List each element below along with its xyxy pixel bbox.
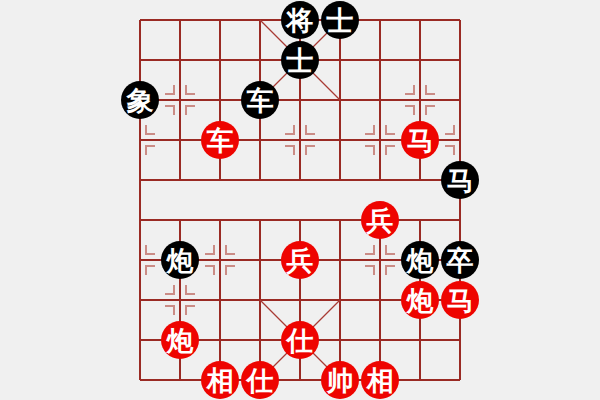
xiangqi-board: 将士士象车马炮炮卒车马兵兵炮马炮仕仕相帅相 (0, 0, 600, 400)
piece-red-general[interactable]: 帅 (321, 361, 359, 399)
piece-black-chariot[interactable]: 车 (241, 81, 279, 119)
piece-black-horse[interactable]: 马 (441, 161, 479, 199)
piece-black-cannon[interactable]: 炮 (401, 241, 439, 279)
piece-red-horse[interactable]: 马 (401, 121, 439, 159)
piece-red-chariot[interactable]: 车 (201, 121, 239, 159)
piece-red-soldier[interactable]: 兵 (281, 241, 319, 279)
xiangqi-app: 将士士象车马炮炮卒车马兵兵炮马炮仕仕相帅相 (0, 0, 600, 400)
piece-red-soldier[interactable]: 兵 (361, 201, 399, 239)
piece-red-elephant[interactable]: 相 (201, 361, 239, 399)
piece-black-general[interactable]: 将 (281, 1, 319, 39)
piece-black-elephant[interactable]: 象 (121, 81, 159, 119)
piece-black-advisor[interactable]: 士 (321, 1, 359, 39)
piece-black-advisor[interactable]: 士 (281, 41, 319, 79)
piece-black-soldier[interactable]: 卒 (441, 241, 479, 279)
piece-red-advisor[interactable]: 仕 (241, 361, 279, 399)
piece-red-cannon[interactable]: 炮 (401, 281, 439, 319)
piece-red-elephant[interactable]: 相 (361, 361, 399, 399)
piece-red-horse[interactable]: 马 (441, 281, 479, 319)
piece-red-advisor[interactable]: 仕 (281, 321, 319, 359)
piece-black-cannon[interactable]: 炮 (161, 241, 199, 279)
pieces-layer: 将士士象车马炮炮卒车马兵兵炮马炮仕仕相帅相 (0, 0, 600, 400)
piece-red-cannon[interactable]: 炮 (161, 321, 199, 359)
